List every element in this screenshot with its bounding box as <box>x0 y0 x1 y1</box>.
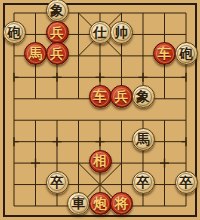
piece-glyph: 相 <box>93 154 107 168</box>
piece-black-elephant[interactable]: 象 <box>132 85 155 108</box>
piece-black-pawn[interactable]: 卒 <box>175 171 198 194</box>
piece-glyph: 馬 <box>29 47 43 61</box>
piece-red-pawn[interactable]: 兵 <box>110 85 133 108</box>
piece-black-pawn[interactable]: 卒 <box>46 171 69 194</box>
piece-red-general[interactable]: 将 <box>110 192 133 215</box>
piece-glyph: 炮 <box>93 197 107 211</box>
piece-glyph: 象 <box>50 4 64 18</box>
piece-glyph: 卒 <box>50 176 64 190</box>
piece-glyph: 帅 <box>115 26 129 40</box>
piece-black-chariot[interactable]: 車 <box>67 192 90 215</box>
piece-glyph: 兵 <box>50 26 64 40</box>
piece-glyph: 砲 <box>179 47 193 61</box>
piece-red-cannon[interactable]: 炮 <box>89 192 112 215</box>
piece-layer: 象砲兵仕帅馬兵车砲车兵象馬相卒卒卒車炮将 <box>3 2 197 216</box>
piece-red-horse[interactable]: 馬 <box>24 42 47 65</box>
piece-glyph: 兵 <box>115 90 129 104</box>
piece-black-cannon[interactable]: 砲 <box>3 21 26 44</box>
piece-glyph: 车 <box>158 47 172 61</box>
piece-glyph: 卒 <box>179 176 193 190</box>
piece-glyph: 仕 <box>93 26 107 40</box>
piece-red-chariot[interactable]: 车 <box>153 42 176 65</box>
piece-black-advisor[interactable]: 仕 <box>89 21 112 44</box>
piece-black-elephant[interactable]: 象 <box>46 0 69 22</box>
piece-red-chariot[interactable]: 车 <box>89 85 112 108</box>
piece-glyph: 車 <box>72 197 86 211</box>
piece-black-general[interactable]: 帅 <box>110 21 133 44</box>
piece-glyph: 馬 <box>136 133 150 147</box>
piece-glyph: 兵 <box>50 47 64 61</box>
piece-glyph: 卒 <box>136 176 150 190</box>
piece-black-horse[interactable]: 馬 <box>132 128 155 151</box>
piece-red-pawn[interactable]: 兵 <box>46 42 69 65</box>
piece-glyph: 将 <box>115 197 129 211</box>
piece-black-pawn[interactable]: 卒 <box>132 171 155 194</box>
piece-red-elephant[interactable]: 相 <box>89 150 112 173</box>
piece-glyph: 车 <box>93 90 107 104</box>
xiangqi-board[interactable]: 象砲兵仕帅馬兵车砲车兵象馬相卒卒卒車炮将 <box>0 0 200 220</box>
piece-glyph: 砲 <box>7 26 21 40</box>
piece-black-cannon[interactable]: 砲 <box>175 42 198 65</box>
piece-glyph: 象 <box>136 90 150 104</box>
piece-red-pawn[interactable]: 兵 <box>46 21 69 44</box>
